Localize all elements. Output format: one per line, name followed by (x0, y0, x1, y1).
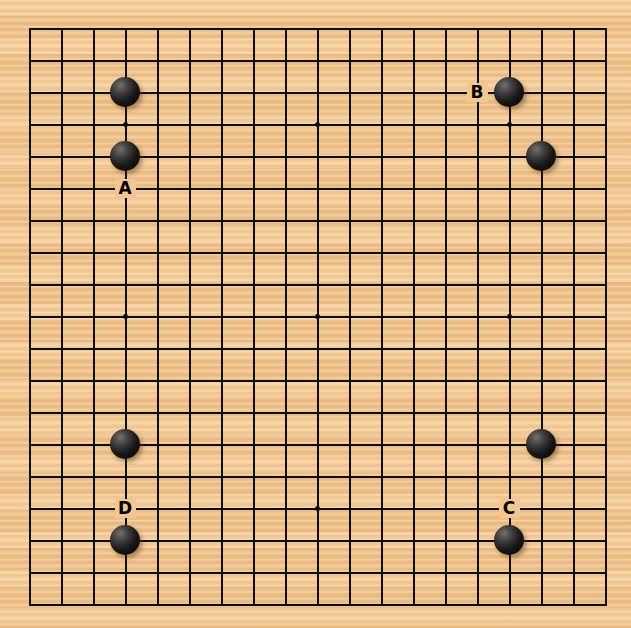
go-board[interactable]: ABCD (0, 0, 631, 628)
star-point-Q16 (507, 122, 512, 127)
point-label-D[interactable]: D (115, 499, 136, 518)
point-label-A[interactable]: A (115, 179, 136, 198)
point-label-B[interactable]: B (467, 83, 488, 102)
black-stone-D3[interactable] (110, 525, 140, 555)
star-point-Q10 (507, 314, 512, 319)
black-stone-D15[interactable] (110, 141, 140, 171)
black-stone-D6[interactable] (110, 429, 140, 459)
star-point-D10 (123, 314, 128, 319)
black-stone-R15[interactable] (526, 141, 556, 171)
black-stone-Q3[interactable] (494, 525, 524, 555)
black-stone-D17[interactable] (110, 77, 140, 107)
star-point-K16 (315, 122, 320, 127)
black-stone-R6[interactable] (526, 429, 556, 459)
black-stone-Q17[interactable] (494, 77, 524, 107)
board-grid[interactable]: ABCD (13, 12, 621, 620)
star-point-D16 (123, 122, 128, 127)
point-label-C[interactable]: C (499, 499, 520, 518)
star-point-K4 (315, 506, 320, 511)
star-point-K10 (315, 314, 320, 319)
